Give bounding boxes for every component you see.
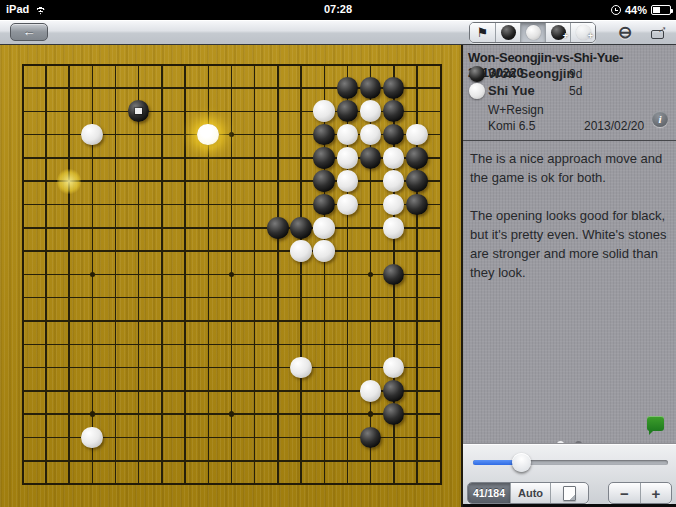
board-point[interactable]	[336, 333, 359, 356]
board-point[interactable]	[405, 123, 428, 146]
board-point[interactable]	[11, 100, 34, 123]
board-point[interactable]	[11, 193, 34, 216]
board-point[interactable]	[173, 309, 196, 332]
board-point[interactable]	[266, 216, 289, 239]
board-point[interactable]	[127, 309, 150, 332]
board-point[interactable]	[336, 123, 359, 146]
board-point[interactable]	[81, 193, 104, 216]
board-point[interactable]	[173, 449, 196, 472]
board-point[interactable]	[289, 193, 312, 216]
board-point[interactable]	[34, 263, 57, 286]
board-point[interactable]	[150, 123, 173, 146]
board-point[interactable]	[81, 286, 104, 309]
board-point[interactable]	[220, 379, 243, 402]
board-point[interactable]	[127, 333, 150, 356]
board-point[interactable]	[81, 333, 104, 356]
board-point[interactable]	[127, 379, 150, 402]
board-point[interactable]	[405, 76, 428, 99]
board-point[interactable]	[266, 169, 289, 192]
board-point[interactable]	[313, 216, 336, 239]
board-point[interactable]	[11, 263, 34, 286]
comment-section[interactable]: The is a nice approach move and the game…	[470, 149, 670, 301]
board-point[interactable]	[382, 402, 405, 425]
board-point[interactable]	[243, 472, 266, 495]
board-point[interactable]	[34, 100, 57, 123]
board-point[interactable]	[243, 146, 266, 169]
add-white-stone-button[interactable]: +	[570, 23, 595, 42]
board-point[interactable]	[266, 426, 289, 449]
board-point[interactable]	[197, 53, 220, 76]
board-point[interactable]	[173, 193, 196, 216]
board-point[interactable]	[173, 426, 196, 449]
board-point[interactable]	[220, 193, 243, 216]
board-point[interactable]	[34, 286, 57, 309]
board-point[interactable]	[336, 356, 359, 379]
board-point[interactable]	[127, 76, 150, 99]
board-point[interactable]	[150, 146, 173, 169]
board-point[interactable]	[336, 100, 359, 123]
board-point[interactable]	[81, 426, 104, 449]
board-point[interactable]	[428, 216, 451, 239]
board-point[interactable]	[359, 193, 382, 216]
board-point[interactable]	[11, 333, 34, 356]
board-point[interactable]	[266, 263, 289, 286]
board-point[interactable]	[173, 53, 196, 76]
notes-button[interactable]	[550, 483, 588, 503]
board-point[interactable]	[336, 216, 359, 239]
board-point[interactable]	[313, 333, 336, 356]
add-black-stone-button[interactable]: +	[545, 23, 570, 42]
board-point[interactable]	[57, 193, 80, 216]
board-point[interactable]	[405, 169, 428, 192]
board-point[interactable]	[81, 309, 104, 332]
board-point[interactable]	[266, 472, 289, 495]
previous-move-button[interactable]: −	[609, 483, 640, 503]
board-point[interactable]	[220, 333, 243, 356]
board-point[interactable]	[81, 53, 104, 76]
board-point[interactable]	[289, 309, 312, 332]
board-point[interactable]	[220, 123, 243, 146]
board-point[interactable]	[313, 286, 336, 309]
board-point[interactable]	[266, 76, 289, 99]
board-point[interactable]	[34, 333, 57, 356]
board-point[interactable]	[197, 169, 220, 192]
board-point[interactable]	[289, 146, 312, 169]
board-point[interactable]	[266, 309, 289, 332]
board-point[interactable]	[127, 239, 150, 262]
board-point[interactable]	[289, 472, 312, 495]
board-point[interactable]	[405, 449, 428, 472]
board-point[interactable]	[197, 472, 220, 495]
board-point[interactable]	[11, 53, 34, 76]
board-point[interactable]	[336, 263, 359, 286]
board-point[interactable]	[405, 263, 428, 286]
board-point[interactable]	[57, 263, 80, 286]
board-point[interactable]	[289, 379, 312, 402]
board-point[interactable]	[150, 333, 173, 356]
board-point[interactable]	[127, 53, 150, 76]
board-point[interactable]	[220, 53, 243, 76]
board-point[interactable]	[405, 472, 428, 495]
board-point[interactable]	[336, 146, 359, 169]
board-point[interactable]	[11, 356, 34, 379]
board-point[interactable]	[243, 356, 266, 379]
board-point[interactable]	[197, 309, 220, 332]
board-point[interactable]	[382, 356, 405, 379]
board-point[interactable]	[104, 76, 127, 99]
board-point[interactable]	[220, 472, 243, 495]
board-point[interactable]	[336, 379, 359, 402]
board-point[interactable]	[81, 216, 104, 239]
board-point[interactable]	[289, 333, 312, 356]
board-point[interactable]	[428, 123, 451, 146]
board-point[interactable]	[150, 356, 173, 379]
board-point[interactable]	[57, 169, 80, 192]
info-button[interactable]: i	[652, 111, 668, 127]
board-point[interactable]	[57, 286, 80, 309]
board-point[interactable]	[289, 286, 312, 309]
board-point[interactable]	[313, 239, 336, 262]
board-point[interactable]	[428, 169, 451, 192]
board-point[interactable]	[220, 449, 243, 472]
board-point[interactable]	[127, 286, 150, 309]
board-point[interactable]	[243, 216, 266, 239]
board-point[interactable]	[173, 402, 196, 425]
board-point[interactable]	[382, 216, 405, 239]
board-point[interactable]	[220, 146, 243, 169]
board-point[interactable]	[104, 379, 127, 402]
board-point[interactable]	[243, 123, 266, 146]
board-point[interactable]	[382, 146, 405, 169]
board-point[interactable]	[336, 286, 359, 309]
board-point[interactable]	[428, 379, 451, 402]
board-point[interactable]	[57, 216, 80, 239]
board-point[interactable]	[220, 426, 243, 449]
board-point[interactable]	[359, 356, 382, 379]
board-point[interactable]	[150, 53, 173, 76]
board-point[interactable]	[243, 239, 266, 262]
board-point[interactable]	[104, 472, 127, 495]
board-point[interactable]	[127, 449, 150, 472]
board-point[interactable]	[127, 123, 150, 146]
board-point[interactable]	[313, 309, 336, 332]
board-point[interactable]	[173, 216, 196, 239]
board-point[interactable]	[359, 286, 382, 309]
board-point[interactable]	[336, 169, 359, 192]
board-point[interactable]	[81, 100, 104, 123]
board-point[interactable]	[104, 53, 127, 76]
board-point[interactable]	[405, 333, 428, 356]
board-point[interactable]	[57, 379, 80, 402]
board-point[interactable]	[127, 402, 150, 425]
board-point[interactable]	[173, 100, 196, 123]
board-point[interactable]	[289, 123, 312, 146]
board-point[interactable]	[34, 169, 57, 192]
board-point[interactable]	[336, 426, 359, 449]
board-point[interactable]	[359, 146, 382, 169]
board-point[interactable]	[81, 263, 104, 286]
board-point[interactable]	[34, 309, 57, 332]
board-point[interactable]	[382, 53, 405, 76]
board-point[interactable]	[405, 379, 428, 402]
board-point[interactable]	[266, 146, 289, 169]
board-point[interactable]	[197, 123, 220, 146]
move-counter-button[interactable]: 41/184	[468, 483, 510, 503]
board-point[interactable]	[243, 193, 266, 216]
board-point[interactable]	[220, 286, 243, 309]
board-point[interactable]	[289, 53, 312, 76]
board-point[interactable]	[34, 123, 57, 146]
board-point[interactable]	[313, 146, 336, 169]
board-point[interactable]	[243, 76, 266, 99]
board-point[interactable]	[11, 309, 34, 332]
board-point[interactable]	[34, 193, 57, 216]
board-point[interactable]	[150, 216, 173, 239]
board-point[interactable]	[173, 76, 196, 99]
board-point[interactable]	[81, 356, 104, 379]
board-point[interactable]	[359, 263, 382, 286]
board-point[interactable]	[243, 100, 266, 123]
board-point[interactable]	[11, 146, 34, 169]
board-point[interactable]	[359, 100, 382, 123]
board-point[interactable]	[104, 356, 127, 379]
board-point[interactable]	[405, 216, 428, 239]
board-point[interactable]	[405, 146, 428, 169]
board-point[interactable]	[81, 472, 104, 495]
board-point[interactable]	[428, 100, 451, 123]
auto-play-button[interactable]: Auto	[510, 483, 550, 503]
board-point[interactable]	[289, 402, 312, 425]
board-point[interactable]	[197, 286, 220, 309]
board-point[interactable]	[34, 402, 57, 425]
board-point[interactable]	[313, 193, 336, 216]
board-point[interactable]	[197, 449, 220, 472]
board-point[interactable]	[289, 100, 312, 123]
board-point[interactable]	[11, 76, 34, 99]
board-point[interactable]	[104, 426, 127, 449]
board-point[interactable]	[150, 402, 173, 425]
board-point[interactable]	[405, 100, 428, 123]
board-point[interactable]	[359, 379, 382, 402]
slider-thumb[interactable]	[512, 453, 531, 472]
board-point[interactable]	[243, 53, 266, 76]
board-point[interactable]	[104, 169, 127, 192]
board-point[interactable]	[359, 333, 382, 356]
board-point[interactable]	[313, 263, 336, 286]
board-point[interactable]	[197, 402, 220, 425]
board-point[interactable]	[289, 216, 312, 239]
board-point[interactable]	[405, 286, 428, 309]
board-point[interactable]	[81, 239, 104, 262]
board-point[interactable]	[81, 402, 104, 425]
board-point[interactable]	[336, 472, 359, 495]
board-point[interactable]	[336, 193, 359, 216]
board-point[interactable]	[289, 449, 312, 472]
board-point[interactable]	[57, 402, 80, 425]
board-point[interactable]	[150, 100, 173, 123]
board-point[interactable]	[382, 263, 405, 286]
board-point[interactable]	[127, 100, 150, 123]
board-point[interactable]	[104, 123, 127, 146]
board-point[interactable]	[359, 309, 382, 332]
board-point[interactable]	[57, 53, 80, 76]
board-point[interactable]	[150, 449, 173, 472]
board-point[interactable]	[11, 239, 34, 262]
board-point[interactable]	[197, 426, 220, 449]
board-point[interactable]	[428, 193, 451, 216]
board-point[interactable]	[11, 216, 34, 239]
board-point[interactable]	[359, 76, 382, 99]
board-point[interactable]	[359, 402, 382, 425]
board-point[interactable]	[243, 309, 266, 332]
board-point[interactable]	[173, 333, 196, 356]
board-point[interactable]	[173, 239, 196, 262]
board-point[interactable]	[313, 76, 336, 99]
board-point[interactable]	[359, 216, 382, 239]
board-point[interactable]	[313, 53, 336, 76]
board-point[interactable]	[127, 193, 150, 216]
board-point[interactable]	[405, 356, 428, 379]
board-point[interactable]	[173, 123, 196, 146]
board-point[interactable]	[150, 472, 173, 495]
board-point[interactable]	[127, 169, 150, 192]
board-point[interactable]	[104, 402, 127, 425]
board-point[interactable]	[336, 53, 359, 76]
board-point[interactable]	[150, 169, 173, 192]
board-point[interactable]	[405, 309, 428, 332]
board-point[interactable]	[359, 53, 382, 76]
board-point[interactable]	[127, 472, 150, 495]
board-point[interactable]	[11, 123, 34, 146]
board-point[interactable]	[104, 309, 127, 332]
board-point[interactable]	[428, 239, 451, 262]
board-point[interactable]	[243, 449, 266, 472]
board-point[interactable]	[220, 263, 243, 286]
board-point[interactable]	[150, 76, 173, 99]
board-point[interactable]	[104, 239, 127, 262]
board-point[interactable]	[382, 76, 405, 99]
board-point[interactable]	[266, 123, 289, 146]
board-point[interactable]	[104, 286, 127, 309]
next-move-button[interactable]: +	[640, 483, 671, 503]
board-point[interactable]	[289, 76, 312, 99]
board-point[interactable]	[127, 263, 150, 286]
board-point[interactable]	[313, 123, 336, 146]
board-point[interactable]	[57, 309, 80, 332]
board-point[interactable]	[197, 76, 220, 99]
board-point[interactable]	[34, 239, 57, 262]
board-point[interactable]	[359, 449, 382, 472]
board-point[interactable]	[197, 100, 220, 123]
board-point[interactable]	[104, 333, 127, 356]
board-point[interactable]	[104, 146, 127, 169]
board-point[interactable]	[382, 239, 405, 262]
board-point[interactable]	[150, 263, 173, 286]
board-point[interactable]	[150, 379, 173, 402]
board-point[interactable]	[127, 356, 150, 379]
share-button[interactable]: →	[644, 22, 672, 43]
board-point[interactable]	[104, 100, 127, 123]
board-point[interactable]	[57, 146, 80, 169]
board-point[interactable]	[104, 263, 127, 286]
board-point[interactable]	[197, 379, 220, 402]
board-point[interactable]	[382, 100, 405, 123]
board-point[interactable]	[428, 426, 451, 449]
board-point[interactable]	[81, 146, 104, 169]
board-point[interactable]	[336, 239, 359, 262]
board-point[interactable]	[243, 333, 266, 356]
board-point[interactable]	[359, 123, 382, 146]
board-point[interactable]	[313, 402, 336, 425]
board-point[interactable]	[313, 379, 336, 402]
board-point[interactable]	[359, 239, 382, 262]
board-point[interactable]	[313, 426, 336, 449]
board-point[interactable]	[382, 426, 405, 449]
board-point[interactable]	[11, 472, 34, 495]
board-point[interactable]	[173, 146, 196, 169]
board-point[interactable]	[34, 146, 57, 169]
board-point[interactable]	[11, 286, 34, 309]
board-point[interactable]	[382, 309, 405, 332]
board-point[interactable]	[243, 426, 266, 449]
board-point[interactable]	[336, 449, 359, 472]
board-point[interactable]	[197, 333, 220, 356]
board-point[interactable]	[266, 402, 289, 425]
board-point[interactable]	[220, 216, 243, 239]
board-point[interactable]	[150, 193, 173, 216]
board-point[interactable]	[336, 76, 359, 99]
board-point[interactable]	[382, 472, 405, 495]
board-point[interactable]	[382, 123, 405, 146]
board-point[interactable]	[428, 286, 451, 309]
board-point[interactable]	[266, 379, 289, 402]
board-point[interactable]	[428, 76, 451, 99]
board-point[interactable]	[11, 379, 34, 402]
board-point[interactable]	[428, 309, 451, 332]
board-point[interactable]	[266, 53, 289, 76]
board-point[interactable]	[150, 426, 173, 449]
board-point[interactable]	[359, 472, 382, 495]
move-slider[interactable]	[473, 460, 668, 465]
board-point[interactable]	[243, 402, 266, 425]
board-point[interactable]	[150, 309, 173, 332]
board-point[interactable]	[57, 333, 80, 356]
white-stone-button[interactable]	[520, 23, 545, 42]
board-point[interactable]	[197, 216, 220, 239]
board-point[interactable]	[220, 76, 243, 99]
board-point[interactable]	[382, 193, 405, 216]
board-point[interactable]	[220, 100, 243, 123]
board-point[interactable]	[243, 263, 266, 286]
board-point[interactable]	[150, 239, 173, 262]
board-point[interactable]	[266, 193, 289, 216]
board-point[interactable]	[313, 100, 336, 123]
board-point[interactable]	[127, 216, 150, 239]
board-point[interactable]	[220, 402, 243, 425]
board-point[interactable]	[336, 402, 359, 425]
board-point[interactable]	[428, 263, 451, 286]
board-point[interactable]	[428, 146, 451, 169]
board-point[interactable]	[266, 333, 289, 356]
board-point[interactable]	[382, 333, 405, 356]
board-point[interactable]	[57, 76, 80, 99]
board-point[interactable]	[197, 239, 220, 262]
board-point[interactable]	[313, 169, 336, 192]
board-point[interactable]	[81, 123, 104, 146]
board-point[interactable]	[382, 379, 405, 402]
board-point[interactable]	[81, 169, 104, 192]
remove-node-button[interactable]: ⊖	[611, 22, 639, 43]
